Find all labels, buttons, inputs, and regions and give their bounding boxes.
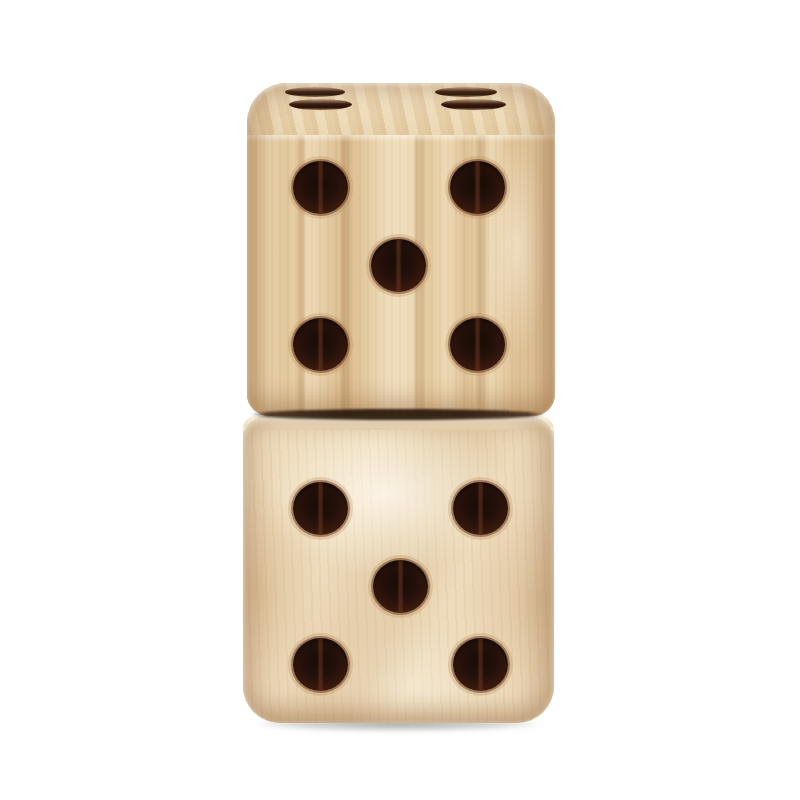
pip	[293, 482, 348, 535]
pip-cell	[438, 305, 517, 384]
top-face-pip-hole-arc	[285, 87, 345, 97]
bottom-die	[243, 416, 554, 723]
pip-cell	[360, 227, 439, 306]
top-die-pip-grid	[281, 148, 517, 384]
pip-cell	[438, 227, 517, 306]
pip-cell	[440, 547, 520, 625]
pip	[450, 161, 505, 214]
pip-cell	[281, 305, 360, 384]
pip	[453, 482, 508, 535]
pip	[371, 239, 426, 292]
pip	[453, 638, 508, 691]
pip-cell	[440, 626, 520, 704]
top-die	[247, 83, 555, 416]
pip	[373, 560, 428, 613]
pip-cell	[281, 469, 361, 547]
top-die-front-face	[247, 135, 555, 416]
pip-cell	[281, 547, 361, 625]
pip	[293, 638, 348, 691]
bottom-die-pip-grid	[281, 469, 520, 704]
pip-cell	[361, 547, 441, 625]
pip-cell	[440, 469, 520, 547]
top-face-pip-hole-arc	[289, 99, 352, 110]
product-photo	[0, 0, 800, 800]
pip-cell	[361, 469, 441, 547]
pip-cell	[281, 148, 360, 227]
bottom-die-front-face	[243, 430, 554, 723]
pip	[450, 318, 505, 371]
dice-seam-shadow	[250, 409, 546, 420]
pip-cell	[360, 148, 439, 227]
pip-cell	[361, 626, 441, 704]
top-face-pip-hole-arc	[441, 99, 506, 110]
pip-cell	[360, 305, 439, 384]
pip	[293, 318, 348, 371]
top-die-upper-face	[247, 83, 555, 135]
top-face-pip-hole-arc	[435, 87, 497, 97]
pip-cell	[281, 626, 361, 704]
pip-cell	[438, 148, 517, 227]
pip-cell	[281, 227, 360, 306]
pip	[293, 161, 348, 214]
